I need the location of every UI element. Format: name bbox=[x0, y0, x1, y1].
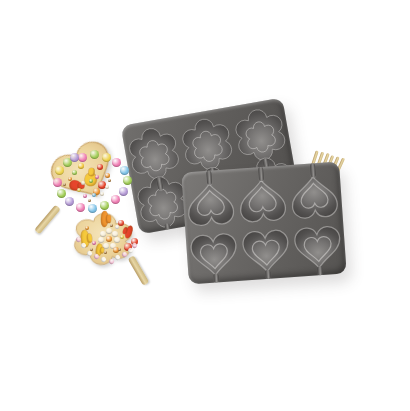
sprinkle bbox=[92, 193, 96, 197]
stick-channel bbox=[317, 266, 323, 275]
candy-dot bbox=[112, 158, 121, 167]
candy-dot bbox=[119, 187, 128, 196]
candy-dot bbox=[72, 170, 77, 175]
candy-dot bbox=[102, 153, 111, 162]
candy-dot bbox=[98, 237, 104, 243]
candy-dot bbox=[106, 236, 112, 242]
candy-dot bbox=[57, 189, 66, 198]
sprinkle bbox=[89, 179, 93, 183]
candy-dot bbox=[55, 166, 64, 175]
sprinkle bbox=[108, 179, 111, 182]
sprinkle bbox=[90, 248, 93, 251]
candy-dot bbox=[111, 195, 120, 204]
candy-dot bbox=[70, 153, 79, 162]
candy-dot bbox=[97, 164, 103, 170]
candy-dot bbox=[65, 197, 74, 206]
candy-dot bbox=[100, 201, 109, 210]
candy-dot bbox=[53, 178, 62, 187]
heart-cavity-inverted bbox=[238, 178, 287, 223]
sprinkle bbox=[115, 225, 119, 229]
heart-cavity-inverted bbox=[186, 181, 235, 226]
heart-cavity bbox=[190, 233, 239, 278]
candy-dot bbox=[100, 231, 106, 237]
sprinkle bbox=[105, 185, 109, 189]
candy-dot bbox=[105, 173, 110, 178]
gummy-bear-head bbox=[106, 215, 111, 224]
sprinkle bbox=[81, 181, 85, 185]
stick-channel bbox=[213, 273, 219, 282]
sprinkle bbox=[83, 194, 87, 198]
stick-channel bbox=[258, 167, 264, 181]
heart-cavity bbox=[293, 226, 342, 271]
candy-dot bbox=[90, 150, 99, 159]
sprinkle bbox=[88, 199, 91, 202]
candy-dot bbox=[106, 228, 112, 234]
stick-channel bbox=[309, 163, 315, 177]
sprinkle bbox=[63, 183, 66, 186]
product-photo bbox=[0, 0, 410, 411]
sprinkle bbox=[120, 235, 124, 239]
candy-dot bbox=[123, 176, 132, 185]
stick-channel bbox=[265, 270, 271, 279]
heart-lollipop-mold bbox=[181, 162, 346, 285]
candy-dot bbox=[118, 220, 124, 226]
sprinkle bbox=[118, 248, 121, 251]
candy-dot bbox=[120, 166, 129, 175]
candy-dot bbox=[112, 231, 118, 237]
sprinkle bbox=[110, 224, 113, 227]
stick-channel bbox=[206, 171, 212, 185]
stick-channel bbox=[164, 223, 170, 230]
heart-cookie-pop bbox=[48, 148, 132, 214]
sprinkle bbox=[104, 251, 107, 254]
sprinkle bbox=[77, 188, 81, 192]
sprinkle bbox=[68, 177, 72, 181]
candy-dot bbox=[114, 237, 120, 243]
sprinkle bbox=[92, 241, 96, 245]
sprinkle bbox=[100, 192, 104, 196]
heart-cavity-inverted bbox=[290, 174, 339, 219]
sprinkle bbox=[95, 175, 99, 179]
flower-cookie-pop bbox=[68, 212, 148, 270]
sprinkle bbox=[85, 226, 89, 230]
candy-dot bbox=[78, 153, 87, 162]
candy-dot bbox=[78, 163, 84, 169]
heart-cavity bbox=[242, 229, 291, 274]
